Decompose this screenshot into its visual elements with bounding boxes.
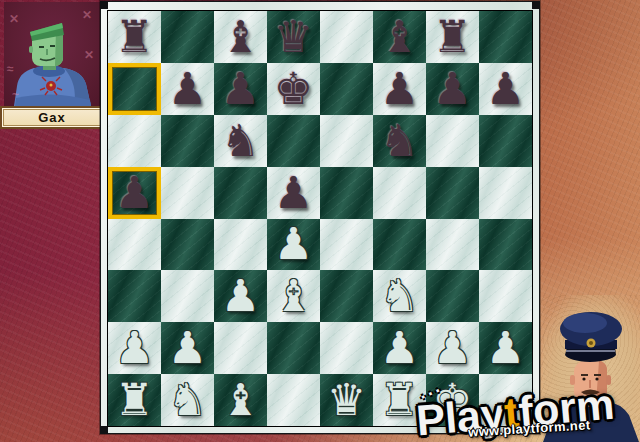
square-e8[interactable] bbox=[320, 11, 373, 63]
square-f3[interactable]: ♞ bbox=[373, 270, 426, 322]
doodle-mark: ≈ bbox=[7, 62, 14, 76]
black-pawn[interactable]: ♟ bbox=[486, 64, 525, 114]
square-b8[interactable] bbox=[161, 11, 214, 63]
square-d7[interactable]: ♚ bbox=[267, 63, 320, 115]
square-c2[interactable] bbox=[214, 322, 267, 374]
square-e3[interactable] bbox=[320, 270, 373, 322]
square-e1[interactable]: ♛ bbox=[320, 374, 373, 426]
black-pawn[interactable]: ♟ bbox=[433, 64, 472, 114]
square-f4[interactable] bbox=[373, 219, 426, 271]
square-g3[interactable] bbox=[426, 270, 479, 322]
black-pawn[interactable]: ♟ bbox=[274, 168, 313, 218]
doodle-mark: ~ bbox=[12, 88, 19, 102]
square-b6[interactable] bbox=[161, 115, 214, 167]
opponent-name: Gax bbox=[38, 110, 66, 125]
board-corner-handle bbox=[532, 1, 540, 9]
black-bishop[interactable]: ♝ bbox=[380, 12, 419, 62]
white-rook[interactable]: ♜ bbox=[115, 375, 154, 425]
square-b7[interactable]: ♟ bbox=[161, 63, 214, 115]
white-queen[interactable]: ♛ bbox=[327, 375, 366, 425]
square-d8[interactable]: ♛ bbox=[267, 11, 320, 63]
black-bishop[interactable]: ♝ bbox=[221, 12, 260, 62]
square-f7[interactable]: ♟ bbox=[373, 63, 426, 115]
square-d4[interactable]: ♟ bbox=[267, 219, 320, 271]
white-knight[interactable]: ♞ bbox=[168, 375, 207, 425]
chess-board-frame: ♜♝♛♝♜♟♟♚♟♟♟♞♞♟♟♟♟♝♞♟♟♟♟♟♜♞♝♛♜♚ bbox=[100, 1, 540, 434]
square-c3[interactable]: ♟ bbox=[214, 270, 267, 322]
square-d1[interactable] bbox=[267, 374, 320, 426]
square-c8[interactable]: ♝ bbox=[214, 11, 267, 63]
white-rook[interactable]: ♜ bbox=[380, 375, 419, 425]
black-knight[interactable]: ♞ bbox=[221, 116, 260, 166]
square-c4[interactable] bbox=[214, 219, 267, 271]
square-a2[interactable]: ♟ bbox=[108, 322, 161, 374]
white-pawn[interactable]: ♟ bbox=[221, 271, 260, 321]
white-bishop[interactable]: ♝ bbox=[274, 271, 313, 321]
square-g5[interactable] bbox=[426, 167, 479, 219]
square-h8[interactable] bbox=[479, 11, 532, 63]
square-b5[interactable] bbox=[161, 167, 214, 219]
black-pawn[interactable]: ♟ bbox=[221, 64, 260, 114]
game-screen: ✕ ✕ ≈ ✕ ~ bbox=[0, 0, 640, 442]
square-d6[interactable] bbox=[267, 115, 320, 167]
square-h3[interactable] bbox=[479, 270, 532, 322]
square-c7[interactable]: ♟ bbox=[214, 63, 267, 115]
square-f6[interactable]: ♞ bbox=[373, 115, 426, 167]
square-g2[interactable]: ♟ bbox=[426, 322, 479, 374]
square-a1[interactable]: ♜ bbox=[108, 374, 161, 426]
doodle-mark: ✕ bbox=[84, 48, 94, 62]
square-b3[interactable] bbox=[161, 270, 214, 322]
white-bishop[interactable]: ♝ bbox=[221, 375, 260, 425]
square-d5[interactable]: ♟ bbox=[267, 167, 320, 219]
square-h5[interactable] bbox=[479, 167, 532, 219]
opponent-nameplate: Gax bbox=[0, 106, 104, 129]
square-b4[interactable] bbox=[161, 219, 214, 271]
doodle-mark: ✕ bbox=[9, 12, 19, 26]
square-c6[interactable]: ♞ bbox=[214, 115, 267, 167]
square-e4[interactable] bbox=[320, 219, 373, 271]
square-a7[interactable] bbox=[108, 63, 161, 115]
square-c5[interactable] bbox=[214, 167, 267, 219]
white-pawn[interactable]: ♟ bbox=[433, 323, 472, 373]
square-a3[interactable] bbox=[108, 270, 161, 322]
board-field: ♜♝♛♝♜♟♟♚♟♟♟♞♞♟♟♟♟♝♞♟♟♟♟♟♜♞♝♛♜♚ bbox=[107, 10, 533, 427]
black-pawn[interactable]: ♟ bbox=[115, 168, 154, 218]
square-b2[interactable]: ♟ bbox=[161, 322, 214, 374]
square-f8[interactable]: ♝ bbox=[373, 11, 426, 63]
white-pawn[interactable]: ♟ bbox=[274, 219, 313, 269]
square-g6[interactable] bbox=[426, 115, 479, 167]
square-h4[interactable] bbox=[479, 219, 532, 271]
gax-avatar: ✕ ✕ ≈ ✕ ~ bbox=[4, 2, 101, 106]
square-a5[interactable]: ♟ bbox=[108, 167, 161, 219]
black-queen[interactable]: ♛ bbox=[274, 12, 313, 62]
square-g7[interactable]: ♟ bbox=[426, 63, 479, 115]
square-h6[interactable] bbox=[479, 115, 532, 167]
square-d3[interactable]: ♝ bbox=[267, 270, 320, 322]
square-a8[interactable]: ♜ bbox=[108, 11, 161, 63]
black-pawn[interactable]: ♟ bbox=[380, 64, 419, 114]
square-g4[interactable] bbox=[426, 219, 479, 271]
black-rook[interactable]: ♜ bbox=[115, 12, 154, 62]
square-f5[interactable] bbox=[373, 167, 426, 219]
board-corner-handle bbox=[100, 426, 108, 434]
square-e2[interactable] bbox=[320, 322, 373, 374]
white-pawn[interactable]: ♟ bbox=[168, 323, 207, 373]
black-knight[interactable]: ♞ bbox=[380, 116, 419, 166]
square-a4[interactable] bbox=[108, 219, 161, 271]
white-knight[interactable]: ♞ bbox=[380, 271, 419, 321]
square-g8[interactable]: ♜ bbox=[426, 11, 479, 63]
black-rook[interactable]: ♜ bbox=[433, 12, 472, 62]
black-pawn[interactable]: ♟ bbox=[168, 64, 207, 114]
square-c1[interactable]: ♝ bbox=[214, 374, 267, 426]
square-e5[interactable] bbox=[320, 167, 373, 219]
square-b1[interactable]: ♞ bbox=[161, 374, 214, 426]
square-d2[interactable] bbox=[267, 322, 320, 374]
doodle-mark: ✕ bbox=[82, 8, 92, 22]
square-e6[interactable] bbox=[320, 115, 373, 167]
square-h2[interactable]: ♟ bbox=[479, 322, 532, 374]
square-e7[interactable] bbox=[320, 63, 373, 115]
square-a6[interactable] bbox=[108, 115, 161, 167]
square-f2[interactable]: ♟ bbox=[373, 322, 426, 374]
board-corner-handle bbox=[100, 1, 108, 9]
square-h7[interactable]: ♟ bbox=[479, 63, 532, 115]
white-pawn[interactable]: ♟ bbox=[486, 323, 525, 373]
white-pawn[interactable]: ♟ bbox=[115, 323, 154, 373]
black-king[interactable]: ♚ bbox=[274, 64, 313, 114]
white-pawn[interactable]: ♟ bbox=[380, 323, 419, 373]
